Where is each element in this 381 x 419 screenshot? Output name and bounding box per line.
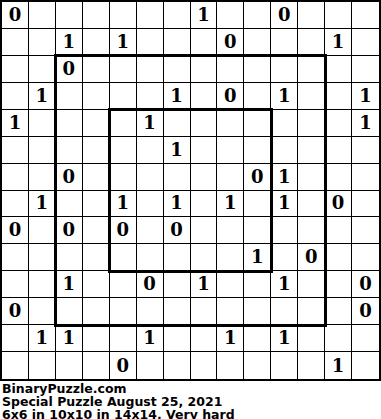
cell-r10c13-given: 0: [352, 271, 379, 298]
cell-r11c0-given: 0: [2, 298, 29, 325]
cell-r5c5[interactable]: [137, 137, 164, 164]
cell-r1c12-given: 1: [325, 29, 352, 56]
cell-r13c5[interactable]: [137, 352, 164, 379]
cell-r3c4[interactable]: [110, 83, 137, 110]
cell-r13c13[interactable]: [352, 352, 379, 379]
cell-r10c9[interactable]: [244, 271, 271, 298]
cell-r1c0[interactable]: [2, 29, 29, 56]
cell-r13c4-given: 0: [110, 352, 137, 379]
cell-r7c12-given: 0: [325, 191, 352, 218]
cell-r4c7[interactable]: [191, 110, 218, 137]
cell-r0c1[interactable]: [29, 2, 56, 29]
cell-r0c7-given: 1: [191, 2, 218, 29]
cell-r8c7[interactable]: [191, 217, 218, 244]
cell-r8c8[interactable]: [217, 217, 244, 244]
cell-r5c2[interactable]: [56, 137, 83, 164]
cell-r2c12[interactable]: [325, 56, 352, 83]
cell-r4c13-given: 1: [352, 110, 379, 137]
cell-r6c8[interactable]: [217, 164, 244, 191]
cell-r12c0[interactable]: [2, 325, 29, 352]
cell-r1c5[interactable]: [137, 29, 164, 56]
cell-r0c4[interactable]: [110, 2, 137, 29]
cell-r0c8[interactable]: [217, 2, 244, 29]
cell-r4c9[interactable]: [244, 110, 271, 137]
cell-r0c6[interactable]: [164, 2, 191, 29]
caption-difficulty: 6x6 in 10x10 in 14x14, Very hard: [2, 408, 381, 419]
cell-r4c12[interactable]: [325, 110, 352, 137]
cell-r4c3[interactable]: [83, 110, 110, 137]
cell-r5c3[interactable]: [83, 137, 110, 164]
cell-r6c5[interactable]: [137, 164, 164, 191]
cell-r9c11-given: 0: [298, 244, 325, 271]
cell-r2c5[interactable]: [137, 56, 164, 83]
cell-r8c3[interactable]: [83, 217, 110, 244]
cell-r13c12-given: 1: [325, 352, 352, 379]
cell-r6c2-given: 0: [56, 164, 83, 191]
cell-r11c9[interactable]: [244, 298, 271, 325]
cell-r9c4[interactable]: [110, 244, 137, 271]
cell-r13c2[interactable]: [56, 352, 83, 379]
cell-r3c2[interactable]: [56, 83, 83, 110]
cell-r10c3[interactable]: [83, 271, 110, 298]
cell-r7c13[interactable]: [352, 191, 379, 218]
cell-r12c5-given: 1: [137, 325, 164, 352]
cell-r6c6[interactable]: [164, 164, 191, 191]
cell-r6c13[interactable]: [352, 164, 379, 191]
cell-r11c5[interactable]: [137, 298, 164, 325]
cell-r1c11[interactable]: [298, 29, 325, 56]
cell-r1c7[interactable]: [191, 29, 218, 56]
cell-r11c1[interactable]: [29, 298, 56, 325]
cell-r2c0[interactable]: [2, 56, 29, 83]
cell-r11c2[interactable]: [56, 298, 83, 325]
cell-r12c1-given: 1: [29, 325, 56, 352]
cell-r2c10[interactable]: [271, 56, 298, 83]
cell-r2c8[interactable]: [217, 56, 244, 83]
cell-r3c10-given: 1: [271, 83, 298, 110]
cell-r9c7[interactable]: [191, 244, 218, 271]
cell-r11c13-given: 0: [352, 298, 379, 325]
cell-r0c11[interactable]: [298, 2, 325, 29]
cell-r6c9-given: 0: [244, 164, 271, 191]
cell-r13c3[interactable]: [83, 352, 110, 379]
cell-r7c11[interactable]: [298, 191, 325, 218]
cell-r11c12[interactable]: [325, 298, 352, 325]
cell-r13c0[interactable]: [2, 352, 29, 379]
cell-r0c2[interactable]: [56, 2, 83, 29]
cell-r10c10-given: 1: [271, 271, 298, 298]
cell-r9c5[interactable]: [137, 244, 164, 271]
cell-r13c8[interactable]: [217, 352, 244, 379]
puzzle-grid: 0101101011011111100111111000001010110001…: [0, 0, 381, 381]
cell-r4c1[interactable]: [29, 110, 56, 137]
cell-r4c2[interactable]: [56, 110, 83, 137]
cell-r0c0-given: 0: [2, 2, 29, 29]
cell-r3c9[interactable]: [244, 83, 271, 110]
cell-r12c12[interactable]: [325, 325, 352, 352]
cell-r5c9[interactable]: [244, 137, 271, 164]
cell-r8c13[interactable]: [352, 217, 379, 244]
cell-r12c6[interactable]: [164, 325, 191, 352]
cell-r6c4[interactable]: [110, 164, 137, 191]
cell-r9c13[interactable]: [352, 244, 379, 271]
cell-r6c0[interactable]: [2, 164, 29, 191]
cell-r5c6-given: 1: [164, 137, 191, 164]
cell-r2c1[interactable]: [29, 56, 56, 83]
cell-r11c3[interactable]: [83, 298, 110, 325]
cell-r12c3[interactable]: [83, 325, 110, 352]
cell-r8c11[interactable]: [298, 217, 325, 244]
cell-r11c11[interactable]: [298, 298, 325, 325]
cell-r10c0[interactable]: [2, 271, 29, 298]
cell-r2c13[interactable]: [352, 56, 379, 83]
cell-r2c11[interactable]: [298, 56, 325, 83]
cell-r5c13[interactable]: [352, 137, 379, 164]
cell-r10c1[interactable]: [29, 271, 56, 298]
cell-r8c2-given: 0: [56, 217, 83, 244]
cell-r7c0[interactable]: [2, 191, 29, 218]
cell-r7c3[interactable]: [83, 191, 110, 218]
cell-r5c8[interactable]: [217, 137, 244, 164]
cell-r12c7[interactable]: [191, 325, 218, 352]
cell-r5c10[interactable]: [271, 137, 298, 164]
cell-r13c10[interactable]: [271, 352, 298, 379]
cell-r7c9[interactable]: [244, 191, 271, 218]
cell-r2c6[interactable]: [164, 56, 191, 83]
cell-r7c10-given: 1: [271, 191, 298, 218]
cell-r6c12[interactable]: [325, 164, 352, 191]
cell-r13c1[interactable]: [29, 352, 56, 379]
cell-r0c3[interactable]: [83, 2, 110, 29]
cell-r9c10[interactable]: [271, 244, 298, 271]
cell-r1c4-given: 1: [110, 29, 137, 56]
cell-r5c0[interactable]: [2, 137, 29, 164]
cell-r3c3[interactable]: [83, 83, 110, 110]
cell-r3c13-given: 1: [352, 83, 379, 110]
cell-r12c13[interactable]: [352, 325, 379, 352]
cell-r3c6-given: 1: [164, 83, 191, 110]
cell-r2c3[interactable]: [83, 56, 110, 83]
cell-r9c8[interactable]: [217, 244, 244, 271]
cell-r7c5[interactable]: [137, 191, 164, 218]
cell-r12c9[interactable]: [244, 325, 271, 352]
cell-r9c0[interactable]: [2, 244, 29, 271]
cell-r8c1[interactable]: [29, 217, 56, 244]
cell-r11c4[interactable]: [110, 298, 137, 325]
cell-r5c12[interactable]: [325, 137, 352, 164]
cell-r2c4[interactable]: [110, 56, 137, 83]
cell-r1c13[interactable]: [352, 29, 379, 56]
cell-r6c11[interactable]: [298, 164, 325, 191]
cell-r9c12[interactable]: [325, 244, 352, 271]
cell-r5c4[interactable]: [110, 137, 137, 164]
cell-r1c1[interactable]: [29, 29, 56, 56]
cell-r6c1[interactable]: [29, 164, 56, 191]
cell-r13c7[interactable]: [191, 352, 218, 379]
cell-r8c6-given: 0: [164, 217, 191, 244]
cell-r3c12[interactable]: [325, 83, 352, 110]
cell-r11c8[interactable]: [217, 298, 244, 325]
cell-r10c11[interactable]: [298, 271, 325, 298]
cell-r10c2-given: 1: [56, 271, 83, 298]
cell-r13c6[interactable]: [164, 352, 191, 379]
cell-r2c9[interactable]: [244, 56, 271, 83]
cell-r10c8[interactable]: [217, 271, 244, 298]
cell-r7c1-given: 1: [29, 191, 56, 218]
cell-r10c12[interactable]: [325, 271, 352, 298]
cell-r6c3[interactable]: [83, 164, 110, 191]
cell-r6c10-given: 1: [271, 164, 298, 191]
cell-r3c11[interactable]: [298, 83, 325, 110]
cell-r13c11[interactable]: [298, 352, 325, 379]
cell-r2c7[interactable]: [191, 56, 218, 83]
cell-r12c10-given: 1: [271, 325, 298, 352]
cell-r7c8-given: 1: [217, 191, 244, 218]
cell-r1c8-given: 0: [217, 29, 244, 56]
cell-r4c6[interactable]: [164, 110, 191, 137]
cell-r11c6[interactable]: [164, 298, 191, 325]
cell-r8c12[interactable]: [325, 217, 352, 244]
cell-r12c8-given: 1: [217, 325, 244, 352]
cell-r1c2-given: 1: [56, 29, 83, 56]
cell-r4c11[interactable]: [298, 110, 325, 137]
cell-r3c8-given: 0: [217, 83, 244, 110]
cell-r3c1-given: 1: [29, 83, 56, 110]
cell-r11c7[interactable]: [191, 298, 218, 325]
cell-r3c5[interactable]: [137, 83, 164, 110]
cell-r4c10[interactable]: [271, 110, 298, 137]
cell-r13c9[interactable]: [244, 352, 271, 379]
cell-r0c12[interactable]: [325, 2, 352, 29]
cell-r0c9[interactable]: [244, 2, 271, 29]
cell-r8c9[interactable]: [244, 217, 271, 244]
cell-r3c7[interactable]: [191, 83, 218, 110]
cell-r1c9[interactable]: [244, 29, 271, 56]
cell-r12c4[interactable]: [110, 325, 137, 352]
cell-r8c4-given: 0: [110, 217, 137, 244]
cell-r12c11[interactable]: [298, 325, 325, 352]
cell-r10c5-given: 0: [137, 271, 164, 298]
cell-r8c5[interactable]: [137, 217, 164, 244]
cell-r9c1[interactable]: [29, 244, 56, 271]
cell-r9c6[interactable]: [164, 244, 191, 271]
cell-r3c0[interactable]: [2, 83, 29, 110]
cell-r4c4[interactable]: [110, 110, 137, 137]
cell-r5c1[interactable]: [29, 137, 56, 164]
cell-r10c6[interactable]: [164, 271, 191, 298]
cell-r4c5-given: 1: [137, 110, 164, 137]
cell-r2c2-given: 0: [56, 56, 83, 83]
cell-r7c6-given: 1: [164, 191, 191, 218]
cell-r10c7-given: 1: [191, 271, 218, 298]
cell-r9c3[interactable]: [83, 244, 110, 271]
cell-r1c3[interactable]: [83, 29, 110, 56]
cell-r9c2[interactable]: [56, 244, 83, 271]
cell-r11c10[interactable]: [271, 298, 298, 325]
cell-r1c6[interactable]: [164, 29, 191, 56]
cell-r0c10-given: 0: [271, 2, 298, 29]
cell-r5c7[interactable]: [191, 137, 218, 164]
cell-r0c5[interactable]: [137, 2, 164, 29]
cell-r9c9-given: 1: [244, 244, 271, 271]
cell-r0c13[interactable]: [352, 2, 379, 29]
cell-r12c2-given: 1: [56, 325, 83, 352]
cell-r7c2[interactable]: [56, 191, 83, 218]
cell-r7c4-given: 1: [110, 191, 137, 218]
cell-r7c7[interactable]: [191, 191, 218, 218]
cell-r8c0-given: 0: [2, 217, 29, 244]
cell-r8c10[interactable]: [271, 217, 298, 244]
cell-r10c4[interactable]: [110, 271, 137, 298]
cell-r5c11[interactable]: [298, 137, 325, 164]
cell-r4c8[interactable]: [217, 110, 244, 137]
caption: BinaryPuzzle.com Special Puzzle August 2…: [0, 381, 381, 419]
cell-r1c10[interactable]: [271, 29, 298, 56]
cell-r6c7[interactable]: [191, 164, 218, 191]
cell-r4c0-given: 1: [2, 110, 29, 137]
